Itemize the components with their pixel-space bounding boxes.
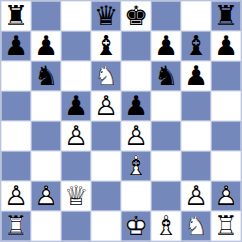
- square-a5[interactable]: [1, 91, 31, 121]
- square-c1[interactable]: [61, 211, 91, 241]
- square-f6[interactable]: ♞: [151, 61, 181, 91]
- piece-white-bishop: ♝: [121, 151, 151, 181]
- square-a7[interactable]: ♟: [1, 31, 31, 61]
- square-f8[interactable]: [151, 1, 181, 31]
- square-c2[interactable]: ♛: [61, 181, 91, 211]
- square-h7[interactable]: ♟: [211, 31, 241, 61]
- square-f5[interactable]: [151, 91, 181, 121]
- square-b5[interactable]: [31, 91, 61, 121]
- square-g8[interactable]: [181, 1, 211, 31]
- square-b4[interactable]: [31, 121, 61, 151]
- piece-black-king: ♚: [121, 1, 151, 31]
- square-a1[interactable]: ♜: [1, 211, 31, 241]
- square-h6[interactable]: [211, 61, 241, 91]
- piece-white-queen: ♛: [61, 181, 91, 211]
- piece-white-knight: ♞: [181, 211, 211, 241]
- square-e4[interactable]: ♟: [121, 121, 151, 151]
- piece-white-king: ♚: [121, 211, 151, 241]
- piece-black-knight: ♞: [31, 61, 61, 91]
- square-e5[interactable]: ♟: [121, 91, 151, 121]
- square-e6[interactable]: [121, 61, 151, 91]
- square-g3[interactable]: [181, 151, 211, 181]
- square-h5[interactable]: [211, 91, 241, 121]
- piece-white-pawn: ♟: [91, 91, 121, 121]
- piece-black-rook: ♜: [211, 1, 241, 31]
- piece-white-bishop: ♝: [151, 211, 181, 241]
- square-g1[interactable]: ♞: [181, 211, 211, 241]
- square-f1[interactable]: ♝: [151, 211, 181, 241]
- square-d8[interactable]: ♛: [91, 1, 121, 31]
- square-b3[interactable]: [31, 151, 61, 181]
- piece-black-pawn: ♟: [121, 91, 151, 121]
- square-g4[interactable]: [181, 121, 211, 151]
- square-d7[interactable]: ♝: [91, 31, 121, 61]
- square-f4[interactable]: [151, 121, 181, 151]
- square-f2[interactable]: [151, 181, 181, 211]
- square-f7[interactable]: ♟: [151, 31, 181, 61]
- piece-white-rook: ♜: [211, 211, 241, 241]
- square-a3[interactable]: [1, 151, 31, 181]
- square-e8[interactable]: ♚: [121, 1, 151, 31]
- square-c5[interactable]: ♟: [61, 91, 91, 121]
- square-b7[interactable]: ♟: [31, 31, 61, 61]
- square-c6[interactable]: [61, 61, 91, 91]
- square-c4[interactable]: ♟: [61, 121, 91, 151]
- square-h8[interactable]: ♜: [211, 1, 241, 31]
- square-c3[interactable]: [61, 151, 91, 181]
- piece-black-pawn: ♟: [1, 31, 31, 61]
- square-b6[interactable]: ♞: [31, 61, 61, 91]
- square-h4[interactable]: [211, 121, 241, 151]
- piece-black-pawn: ♟: [31, 31, 61, 61]
- square-e2[interactable]: [121, 181, 151, 211]
- square-d3[interactable]: [91, 151, 121, 181]
- piece-black-pawn: ♟: [181, 61, 211, 91]
- piece-white-pawn: ♟: [61, 121, 91, 151]
- square-a4[interactable]: [1, 121, 31, 151]
- square-c8[interactable]: [61, 1, 91, 31]
- square-a8[interactable]: ♜: [1, 1, 31, 31]
- piece-black-pawn: ♟: [211, 31, 241, 61]
- chess-board-window: ♜♛♚♜♟♟♝♟♝♟♞♞♞♟♟♟♟♟♟♝♟♟♛♟♟♜♚♝♞♜: [0, 0, 242, 242]
- square-h3[interactable]: [211, 151, 241, 181]
- square-g6[interactable]: ♟: [181, 61, 211, 91]
- piece-white-knight: ♞: [91, 61, 121, 91]
- piece-black-pawn: ♟: [61, 91, 91, 121]
- square-h2[interactable]: ♟: [211, 181, 241, 211]
- square-e7[interactable]: [121, 31, 151, 61]
- square-b2[interactable]: ♟: [31, 181, 61, 211]
- piece-white-pawn: ♟: [1, 181, 31, 211]
- square-d6[interactable]: ♞: [91, 61, 121, 91]
- square-c7[interactable]: [61, 31, 91, 61]
- piece-black-bishop: ♝: [181, 31, 211, 61]
- piece-black-queen: ♛: [91, 1, 121, 31]
- piece-white-pawn: ♟: [121, 121, 151, 151]
- square-a6[interactable]: [1, 61, 31, 91]
- piece-white-rook: ♜: [1, 211, 31, 241]
- chess-board: ♜♛♚♜♟♟♝♟♝♟♞♞♞♟♟♟♟♟♟♝♟♟♛♟♟♜♚♝♞♜: [0, 0, 242, 242]
- piece-white-pawn: ♟: [181, 181, 211, 211]
- piece-black-knight: ♞: [151, 61, 181, 91]
- piece-white-pawn: ♟: [31, 181, 61, 211]
- piece-black-rook: ♜: [1, 1, 31, 31]
- square-e1[interactable]: ♚: [121, 211, 151, 241]
- square-d1[interactable]: [91, 211, 121, 241]
- piece-black-bishop: ♝: [91, 31, 121, 61]
- square-h1[interactable]: ♜: [211, 211, 241, 241]
- square-g2[interactable]: ♟: [181, 181, 211, 211]
- square-d5[interactable]: ♟: [91, 91, 121, 121]
- square-g5[interactable]: [181, 91, 211, 121]
- square-f3[interactable]: [151, 151, 181, 181]
- piece-white-pawn: ♟: [211, 181, 241, 211]
- square-a2[interactable]: ♟: [1, 181, 31, 211]
- square-b1[interactable]: [31, 211, 61, 241]
- square-b8[interactable]: [31, 1, 61, 31]
- square-e3[interactable]: ♝: [121, 151, 151, 181]
- square-d2[interactable]: [91, 181, 121, 211]
- piece-black-pawn: ♟: [151, 31, 181, 61]
- square-g7[interactable]: ♝: [181, 31, 211, 61]
- square-d4[interactable]: [91, 121, 121, 151]
